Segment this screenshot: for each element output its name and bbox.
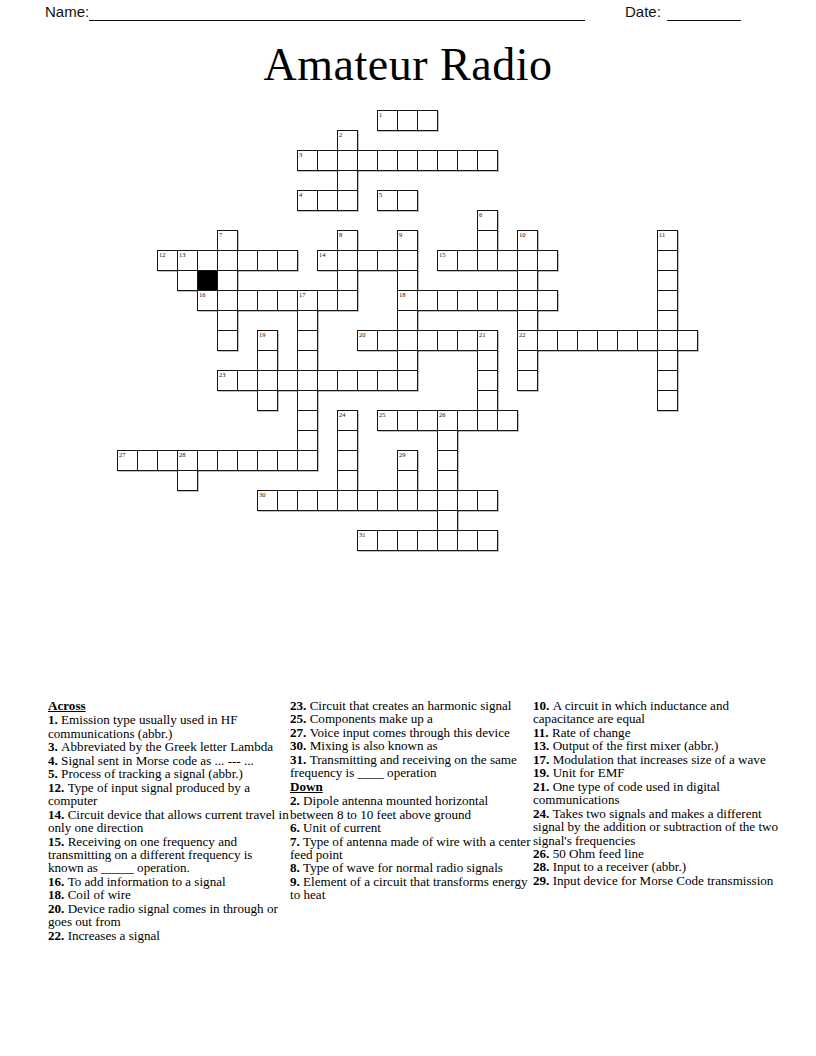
cell-number: 26: [439, 411, 446, 418]
grid-cell[interactable]: [297, 330, 318, 351]
grid-cell[interactable]: [617, 330, 638, 351]
clue-number: 22.: [48, 928, 68, 943]
cell-number: 24: [339, 411, 346, 418]
grid-cell[interactable]: [377, 330, 398, 351]
grid-cell[interactable]: [417, 410, 438, 431]
grid-cell[interactable]: [357, 490, 378, 511]
grid-cell[interactable]: [297, 490, 318, 511]
clue-item: 5. Process of tracking a signal (abbr.): [48, 767, 291, 780]
grid-cell[interactable]: [437, 330, 458, 351]
grid-cell[interactable]: [457, 410, 478, 431]
clue-number: 15.: [48, 834, 68, 849]
down-header: Down: [290, 780, 533, 793]
cell-number: 7: [219, 231, 222, 238]
grid-cell[interactable]: [377, 150, 398, 171]
grid-cell[interactable]: [357, 250, 378, 271]
grid-cell[interactable]: [597, 330, 618, 351]
grid-cell[interactable]: 6: [477, 210, 498, 231]
grid-cell[interactable]: 29: [397, 450, 418, 471]
grid-cell[interactable]: [337, 270, 358, 291]
grid-cell[interactable]: [217, 250, 238, 271]
grid-cell[interactable]: [657, 350, 678, 371]
grid-cell[interactable]: [317, 370, 338, 391]
grid-cell[interactable]: [477, 410, 498, 431]
black-cell: [197, 270, 218, 291]
grid-cell[interactable]: [217, 330, 238, 351]
grid-cell[interactable]: [657, 330, 678, 351]
date-label: Date:: [625, 3, 661, 20]
grid-cell[interactable]: [477, 290, 498, 311]
grid-cell[interactable]: [657, 390, 678, 411]
clue-item: 11. Rate of change: [533, 726, 789, 739]
grid-cell[interactable]: [517, 290, 538, 311]
grid-cell[interactable]: [517, 370, 538, 391]
cell-number: 28: [179, 451, 186, 458]
grid-cell[interactable]: 8: [337, 230, 358, 251]
grid-cell[interactable]: [477, 150, 498, 171]
grid-cell[interactable]: [657, 370, 678, 391]
grid-cell[interactable]: [417, 110, 438, 131]
grid-cell[interactable]: [457, 150, 478, 171]
grid-cell[interactable]: [557, 330, 578, 351]
grid-cell[interactable]: [577, 330, 598, 351]
clue-column-1: Across1. Emission type usually used in H…: [48, 699, 291, 942]
worksheet-page: Name: Date: Amateur Radio 12345678910111…: [0, 0, 816, 1056]
across-header: Across: [48, 699, 291, 712]
grid-cell[interactable]: [297, 310, 318, 331]
grid-cell[interactable]: 17: [297, 290, 318, 311]
grid-cell[interactable]: [397, 350, 418, 371]
clue-item: 29. Input device for Morse Code transmis…: [533, 874, 789, 887]
grid-cell[interactable]: [397, 530, 418, 551]
grid-cell[interactable]: [137, 450, 158, 471]
grid-cell[interactable]: [437, 430, 458, 451]
grid-cell[interactable]: [337, 290, 358, 311]
grid-cell[interactable]: [477, 370, 498, 391]
grid-cell[interactable]: 18: [397, 290, 418, 311]
grid-cell[interactable]: [417, 150, 438, 171]
cell-number: 9: [399, 231, 402, 238]
clue-item: 8. Type of wave for normal radio signals: [290, 861, 533, 874]
clue-number: 9.: [290, 874, 303, 889]
clue-item: 16. To add information to a signal: [48, 875, 291, 888]
grid-cell[interactable]: [397, 150, 418, 171]
grid-cell[interactable]: [357, 150, 378, 171]
grid-cell[interactable]: 1: [377, 110, 398, 131]
grid-cell[interactable]: [477, 230, 498, 251]
grid-cell[interactable]: [337, 190, 358, 211]
grid-cell[interactable]: [517, 250, 538, 271]
grid-cell[interactable]: [257, 450, 278, 471]
grid-cell[interactable]: 23: [217, 370, 238, 391]
cell-number: 8: [339, 231, 342, 238]
grid-cell[interactable]: 13: [177, 250, 198, 271]
grid-cell[interactable]: [437, 490, 458, 511]
grid-cell[interactable]: [237, 450, 258, 471]
clue-column-3: 10. A circuit in which inductance and ca…: [533, 699, 789, 887]
cell-number: 20: [359, 331, 366, 338]
clue-number: 1.: [48, 712, 61, 727]
grid-cell[interactable]: 31: [357, 530, 378, 551]
grid-cell[interactable]: [197, 450, 218, 471]
grid-cell[interactable]: [437, 150, 458, 171]
clue-item: 21. One type of code used in digital com…: [533, 780, 789, 807]
grid-cell[interactable]: [337, 450, 358, 471]
clue-item: 23. Circuit that creates an harmonic sig…: [290, 699, 533, 712]
grid-cell[interactable]: [457, 530, 478, 551]
grid-cell[interactable]: [397, 110, 418, 131]
cell-number: 29: [399, 451, 406, 458]
grid-cell[interactable]: 21: [477, 330, 498, 351]
clue-item: 28. Input to a receiver (abbr.): [533, 860, 789, 873]
grid-cell[interactable]: [317, 490, 338, 511]
clue-item: 26. 50 Ohm feed line: [533, 847, 789, 860]
grid-cell[interactable]: [337, 470, 358, 491]
grid-cell[interactable]: [477, 250, 498, 271]
grid-cell[interactable]: [257, 350, 278, 371]
grid-cell[interactable]: 26: [437, 410, 458, 431]
grid-cell[interactable]: [177, 470, 198, 491]
cell-number: 1: [379, 111, 382, 118]
grid-cell[interactable]: [337, 370, 358, 391]
grid-cell[interactable]: 2: [337, 130, 358, 151]
grid-cell[interactable]: [657, 270, 678, 291]
grid-cell[interactable]: [437, 530, 458, 551]
clue-item: 30. Mixing is also known as: [290, 739, 533, 752]
grid-cell[interactable]: 27: [117, 450, 138, 471]
clue-item: 20. Device radio signal comes in through…: [48, 902, 291, 929]
cell-number: 2: [339, 131, 342, 138]
clue-number: 2.: [290, 793, 303, 808]
grid-cell[interactable]: [277, 370, 298, 391]
grid-cell[interactable]: [277, 250, 298, 271]
grid-cell[interactable]: [217, 310, 238, 331]
cell-number: 21: [479, 331, 486, 338]
clue-item: 10. A circuit in which inductance and ca…: [533, 699, 789, 726]
grid-cell[interactable]: [277, 450, 298, 471]
clue-item: 12. Type of input signal produced by a c…: [48, 781, 291, 808]
grid-cell[interactable]: [497, 410, 518, 431]
grid-cell[interactable]: [477, 530, 498, 551]
grid-cell[interactable]: 15: [437, 250, 458, 271]
grid-cell[interactable]: [457, 250, 478, 271]
grid-cell[interactable]: [437, 450, 458, 471]
clue-item: 1. Emission type usually used in HF comm…: [48, 713, 291, 740]
clue-item: 31. Transmitting and receiving on the sa…: [290, 753, 533, 780]
grid-cell[interactable]: [457, 490, 478, 511]
clue-item: 22. Increases a signal: [48, 929, 291, 942]
grid-cell[interactable]: 4: [297, 190, 318, 211]
grid-cell[interactable]: 7: [217, 230, 238, 251]
clue-number: 7.: [290, 834, 303, 849]
grid-cell[interactable]: [397, 270, 418, 291]
grid-cell[interactable]: [677, 330, 698, 351]
grid-cell[interactable]: [297, 430, 318, 451]
cell-number: 3: [299, 151, 302, 158]
clue-item: 25. Components make up a: [290, 712, 533, 725]
clue-item: 17. Modulation that increases size of a …: [533, 753, 789, 766]
name-label: Name:: [45, 3, 89, 20]
puzzle-title: Amateur Radio: [0, 38, 816, 91]
grid-cell[interactable]: [377, 530, 398, 551]
clue-number: 14.: [48, 807, 68, 822]
cell-number: 18: [399, 291, 406, 298]
grid-cell[interactable]: 19: [257, 330, 278, 351]
grid-cell[interactable]: [437, 290, 458, 311]
grid-cell[interactable]: [337, 250, 358, 271]
grid-cell[interactable]: [437, 510, 458, 531]
name-blank-line[interactable]: [89, 2, 585, 21]
grid-cell[interactable]: [217, 450, 238, 471]
cell-number: 12: [159, 251, 166, 258]
grid-cell[interactable]: [177, 270, 198, 291]
clue-number: 29.: [533, 873, 553, 888]
grid-cell[interactable]: [337, 430, 358, 451]
grid-cell[interactable]: 3: [297, 150, 318, 171]
grid-cell[interactable]: [237, 250, 258, 271]
clue-number: 31.: [290, 752, 310, 767]
grid-cell[interactable]: 5: [377, 190, 398, 211]
grid-cell[interactable]: [337, 170, 358, 191]
grid-cell[interactable]: [397, 490, 418, 511]
clue-item: 14. Circuit device that allows current t…: [48, 808, 291, 835]
grid-cell[interactable]: [217, 270, 238, 291]
grid-cell[interactable]: [397, 250, 418, 271]
grid-cell[interactable]: [397, 370, 418, 391]
grid-cell[interactable]: 20: [357, 330, 378, 351]
grid-cell[interactable]: [277, 490, 298, 511]
grid-cell[interactable]: [317, 190, 338, 211]
grid-cell[interactable]: [497, 250, 518, 271]
grid-cell[interactable]: 10: [517, 230, 538, 251]
cell-number: 30: [259, 491, 266, 498]
grid-cell[interactable]: [417, 530, 438, 551]
grid-cell[interactable]: [417, 490, 438, 511]
clue-item: 13. Output of the first mixer (abbr.): [533, 739, 789, 752]
grid-cell[interactable]: [317, 150, 338, 171]
grid-cell[interactable]: [217, 290, 238, 311]
grid-cell[interactable]: [517, 350, 538, 371]
grid-cell[interactable]: [257, 390, 278, 411]
grid-cell[interactable]: [257, 250, 278, 271]
grid-cell[interactable]: 14: [317, 250, 338, 271]
clue-number: 20.: [48, 901, 68, 916]
cell-number: 19: [259, 331, 266, 338]
clue-number: 12.: [48, 780, 68, 795]
grid-cell[interactable]: [357, 370, 378, 391]
grid-cell[interactable]: [517, 310, 538, 331]
crossword-grid: 1234567891011121314151617181920212223242…: [117, 110, 699, 552]
clue-item: 6. Unit of current: [290, 821, 533, 834]
cell-number: 16: [199, 291, 206, 298]
grid-cell[interactable]: [397, 410, 418, 431]
grid-cell[interactable]: [257, 370, 278, 391]
grid-cell[interactable]: [457, 330, 478, 351]
grid-cell[interactable]: [657, 250, 678, 271]
clue-item: 19. Unit for EMF: [533, 766, 789, 779]
grid-cell[interactable]: [237, 290, 258, 311]
grid-cell[interactable]: [517, 270, 538, 291]
grid-cell[interactable]: 11: [657, 230, 678, 251]
cell-number: 11: [659, 231, 665, 238]
grid-cell[interactable]: [337, 490, 358, 511]
grid-cell[interactable]: 12: [157, 250, 178, 271]
cell-number: 27: [119, 451, 126, 458]
grid-cell[interactable]: [297, 350, 318, 371]
grid-cell[interactable]: [497, 290, 518, 311]
grid-cell[interactable]: [377, 490, 398, 511]
grid-cell[interactable]: [537, 290, 558, 311]
grid-cell[interactable]: [337, 150, 358, 171]
grid-cell[interactable]: [397, 330, 418, 351]
grid-cell[interactable]: [537, 250, 558, 271]
grid-cell[interactable]: [397, 470, 418, 491]
grid-cell[interactable]: 16: [197, 290, 218, 311]
grid-cell[interactable]: 25: [377, 410, 398, 431]
clue-item: 15. Receiving on one frequency and trans…: [48, 835, 291, 875]
cell-number: 13: [179, 251, 186, 258]
clue-item: 24. Takes two signals and makes a differ…: [533, 807, 789, 847]
clue-item: 27. Voice input comes through this devic…: [290, 726, 533, 739]
cell-number: 17: [299, 291, 306, 298]
grid-cell[interactable]: [457, 290, 478, 311]
cell-number: 23: [219, 371, 226, 378]
date-blank-line[interactable]: [667, 2, 741, 21]
grid-cell[interactable]: [477, 350, 498, 371]
cell-number: 5: [379, 191, 382, 198]
grid-cell[interactable]: [477, 490, 498, 511]
grid-cell[interactable]: [297, 450, 318, 471]
grid-cell[interactable]: [417, 330, 438, 351]
grid-cell[interactable]: [537, 330, 558, 351]
grid-cell[interactable]: [297, 370, 318, 391]
clue-item: 9. Element of a circuit that transforms …: [290, 875, 533, 902]
grid-cell[interactable]: 9: [397, 230, 418, 251]
grid-cell[interactable]: [437, 470, 458, 491]
clue-column-2: 23. Circuit that creates an harmonic sig…: [290, 699, 533, 902]
grid-cell[interactable]: [317, 290, 338, 311]
cell-number: 14: [319, 251, 326, 258]
grid-cell[interactable]: [397, 190, 418, 211]
clue-item: 7. Type of antenna made of wire with a c…: [290, 835, 533, 862]
cell-number: 22: [519, 331, 526, 338]
grid-cell[interactable]: [257, 290, 278, 311]
grid-cell[interactable]: [657, 290, 678, 311]
grid-cell[interactable]: [377, 370, 398, 391]
cell-number: 31: [359, 531, 366, 538]
clue-item: 4. Signal sent in Morse code as ... --- …: [48, 754, 291, 767]
clue-number: 10.: [533, 698, 553, 713]
cell-number: 10: [519, 231, 526, 238]
cell-number: 4: [299, 191, 302, 198]
grid-cell[interactable]: [637, 330, 658, 351]
grid-cell[interactable]: 24: [337, 410, 358, 431]
grid-cell[interactable]: [657, 310, 678, 331]
grid-cell[interactable]: [277, 290, 298, 311]
cell-number: 6: [479, 211, 482, 218]
clue-number: 24.: [533, 806, 553, 821]
grid-cell[interactable]: [157, 450, 178, 471]
grid-cell[interactable]: [477, 390, 498, 411]
cell-number: 15: [439, 251, 446, 258]
grid-cell[interactable]: [237, 370, 258, 391]
grid-cell[interactable]: [417, 290, 438, 311]
cell-number: 25: [379, 411, 386, 418]
grid-cell[interactable]: [197, 250, 218, 271]
clue-item: 18. Coil of wire: [48, 888, 291, 901]
grid-cell[interactable]: 30: [257, 490, 278, 511]
grid-cell[interactable]: [397, 310, 418, 331]
grid-cell[interactable]: [297, 410, 318, 431]
grid-cell[interactable]: [377, 250, 398, 271]
grid-cell[interactable]: [297, 390, 318, 411]
clue-item: 2. Dipole antenna mounted horizontal bet…: [290, 794, 533, 821]
clue-number: 21.: [533, 779, 553, 794]
grid-cell[interactable]: 28: [177, 450, 198, 471]
grid-cell[interactable]: 22: [517, 330, 538, 351]
clue-item: 3. Abbreviated by the Greek letter Lambd…: [48, 740, 291, 753]
